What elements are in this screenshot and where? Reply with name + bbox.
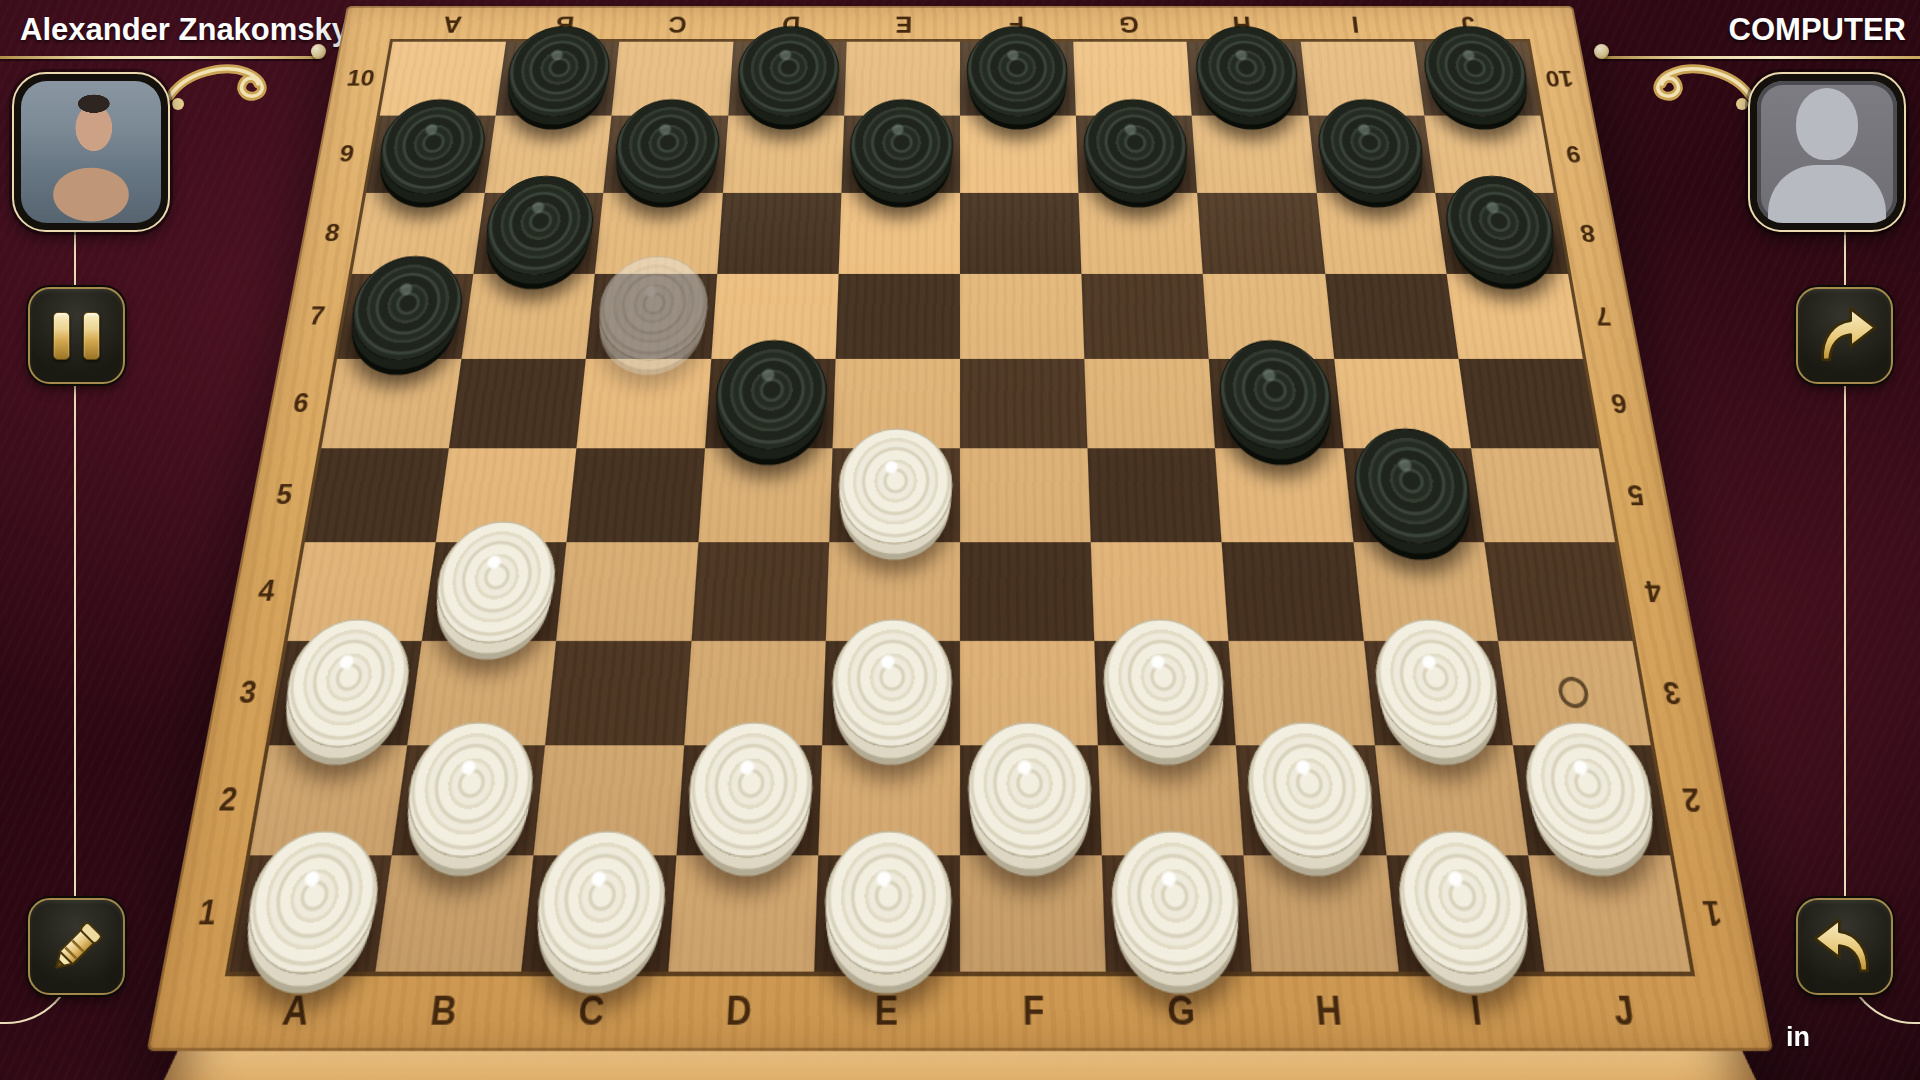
- black-piece-d6[interactable]: [712, 340, 829, 450]
- player-name: Alexander Znakomsky: [20, 12, 349, 48]
- coordinate-label: A: [216, 976, 375, 1046]
- white-piece-e3[interactable]: [830, 619, 952, 747]
- board-front-edge: [134, 1051, 1785, 1080]
- person-silhouette-icon: [1757, 81, 1897, 223]
- pieces-layer: [230, 42, 1691, 972]
- coordinate-label: I: [1399, 976, 1555, 1046]
- ghost-white-piece-c7[interactable]: [593, 256, 711, 361]
- player-avatar-photo: [21, 81, 161, 223]
- player-avatar: [12, 72, 170, 232]
- flourish-ornament-left: [168, 60, 272, 116]
- coordinate-label: H: [1253, 976, 1407, 1046]
- white-piece-e5[interactable]: [837, 428, 953, 544]
- computer-avatar: [1748, 72, 1906, 232]
- undo-button[interactable]: [1796, 898, 1893, 995]
- white-piece-b2[interactable]: [400, 722, 540, 857]
- gold-underline-left: [0, 56, 318, 59]
- pencil-icon: [44, 914, 110, 980]
- computer-name: COMPUTER: [1729, 12, 1906, 48]
- coordinate-label: D: [663, 976, 814, 1046]
- black-piece-a7[interactable]: [344, 256, 469, 361]
- move-ring-marker: [1556, 677, 1590, 708]
- white-piece-g1[interactable]: [1109, 831, 1243, 974]
- coordinate-label: A: [393, 9, 511, 41]
- share-button[interactable]: [1796, 287, 1893, 384]
- coordinate-label: E: [811, 976, 960, 1046]
- white-piece-c1[interactable]: [530, 831, 669, 974]
- white-piece-i1[interactable]: [1392, 831, 1536, 974]
- coordinate-label: I: [1297, 9, 1414, 41]
- file-labels-bottom: ABCDEFGHIJ: [216, 976, 1703, 1046]
- black-piece-i5[interactable]: [1349, 428, 1477, 544]
- footer-partial-text: in: [1786, 1022, 1810, 1053]
- black-piece-i9[interactable]: [1313, 99, 1428, 194]
- coordinate-label: G: [1072, 9, 1187, 41]
- black-piece-j8[interactable]: [1440, 176, 1562, 276]
- undo-arrow-icon: [1810, 912, 1880, 982]
- white-piece-e1[interactable]: [822, 831, 951, 974]
- flourish-ornament-right: [1648, 60, 1752, 116]
- coordinate-label: C: [620, 9, 736, 41]
- coordinate-label: C: [514, 976, 668, 1046]
- white-piece-d2[interactable]: [684, 722, 814, 857]
- white-piece-h2[interactable]: [1243, 722, 1378, 857]
- forward-arrow-icon: [1810, 301, 1880, 371]
- black-piece-g9[interactable]: [1082, 99, 1190, 194]
- coordinate-label: E: [847, 9, 960, 41]
- coordinate-label: J: [1545, 976, 1704, 1046]
- pause-button[interactable]: [28, 287, 125, 384]
- edit-button[interactable]: [28, 898, 125, 995]
- game-screen: Alexander Znakomsky COMPUTER: [0, 0, 1920, 1080]
- black-piece-a9[interactable]: [373, 99, 491, 194]
- black-piece-c9[interactable]: [611, 99, 723, 194]
- white-piece-b4[interactable]: [430, 521, 562, 643]
- gold-knob-right: [1594, 44, 1609, 59]
- white-piece-g3[interactable]: [1102, 619, 1229, 747]
- coordinate-label: B: [365, 976, 521, 1046]
- black-piece-e9[interactable]: [848, 99, 953, 194]
- white-piece-j2[interactable]: [1517, 722, 1662, 857]
- pause-icon: [53, 312, 100, 360]
- black-piece-h6[interactable]: [1215, 340, 1336, 450]
- white-piece-i3[interactable]: [1369, 619, 1505, 747]
- coordinate-label: G: [1106, 976, 1257, 1046]
- white-piece-a1[interactable]: [238, 831, 387, 974]
- white-piece-a3[interactable]: [277, 619, 417, 747]
- checkers-board: ABCDEFGHIJ ABCDEFGHIJ 10987654321 109876…: [129, 6, 1791, 1080]
- gold-underline-right: [1602, 56, 1920, 59]
- coordinate-label: F: [960, 976, 1109, 1046]
- black-piece-b8[interactable]: [481, 176, 599, 276]
- white-piece-f2[interactable]: [968, 722, 1094, 857]
